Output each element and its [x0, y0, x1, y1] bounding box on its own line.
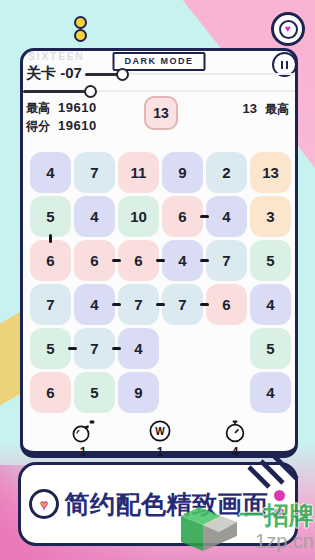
minus-link-horizontal: [200, 303, 209, 307]
background-yellow-band: [0, 311, 22, 411]
stopwatch-icon: [222, 418, 248, 444]
number-tile[interactable]: 6: [206, 284, 247, 325]
number-tile[interactable]: 3: [250, 196, 291, 237]
banner-heart-badge: ♥: [29, 489, 59, 519]
number-tile[interactable]: 10: [118, 196, 159, 237]
score-progress-knob: [84, 85, 97, 98]
bomb-count: 1: [80, 445, 87, 459]
number-tile[interactable]: 5: [74, 372, 115, 413]
minus-link-horizontal: [112, 347, 121, 351]
minus-link-horizontal: [200, 259, 209, 263]
number-tile[interactable]: 7: [30, 284, 71, 325]
minus-link-horizontal: [68, 347, 77, 351]
decor-dot: [74, 29, 87, 42]
game-card: SIXTEEN DARK MODE 关卡 -07 最高19610 得分19610…: [20, 48, 298, 458]
svg-text:W: W: [155, 426, 165, 437]
w-booster-count: 1: [157, 445, 164, 459]
right-best-value: 13: [243, 101, 257, 116]
minus-link-horizontal: [156, 303, 165, 307]
number-tile[interactable]: 2: [206, 152, 247, 193]
decor-dot: [74, 16, 87, 29]
powerup-w-booster[interactable]: W 1: [138, 418, 182, 459]
score-left-block: 最高19610 得分19610: [26, 99, 97, 135]
number-tile[interactable]: 6: [30, 240, 71, 281]
site-watermark-texts: 一招牌 1zp.cn: [239, 503, 314, 551]
empty-cell: [206, 372, 247, 413]
favorite-heart-button[interactable]: ♥: [271, 12, 305, 46]
score-progress-fill: [23, 90, 85, 93]
number-tile[interactable]: 6: [118, 240, 159, 281]
number-tile[interactable]: 7: [74, 152, 115, 193]
right-best-label: 最高: [265, 102, 289, 116]
number-tile[interactable]: 4: [206, 196, 247, 237]
score-right-block: 13最高: [243, 101, 289, 118]
site-brand-text: 一招牌: [239, 503, 314, 528]
empty-cell: [206, 328, 247, 369]
number-tile[interactable]: 9: [118, 372, 159, 413]
number-tile[interactable]: 7: [74, 328, 115, 369]
number-tile[interactable]: 6: [162, 196, 203, 237]
number-tile[interactable]: 5: [250, 328, 291, 369]
number-tile[interactable]: 9: [162, 152, 203, 193]
number-tile[interactable]: 4: [30, 152, 71, 193]
heart-icon: ♥: [285, 24, 291, 34]
tile-grid: 47119213541064366647574776457456594: [30, 152, 291, 413]
site-watermark: 一招牌 1zp.cn: [181, 503, 314, 559]
minus-link-horizontal: [112, 303, 121, 307]
card-watermark-text: SIXTEEN: [28, 51, 85, 62]
best-score-label: 最高: [26, 101, 50, 115]
minus-link-horizontal: [200, 215, 209, 219]
cube-logo-icon: [181, 503, 239, 559]
w-booster-icon: W: [147, 418, 173, 444]
number-tile[interactable]: 4: [118, 328, 159, 369]
level-progress-knob: [116, 68, 129, 81]
dark-mode-button[interactable]: DARK MODE: [113, 52, 206, 71]
number-tile[interactable]: 4: [250, 372, 291, 413]
empty-cell: [162, 328, 203, 369]
number-tile[interactable]: 6: [30, 372, 71, 413]
number-tile[interactable]: 4: [74, 196, 115, 237]
bomb-icon: [70, 418, 97, 444]
number-tile[interactable]: 5: [250, 240, 291, 281]
number-tile[interactable]: 4: [74, 284, 115, 325]
number-tile[interactable]: 7: [206, 240, 247, 281]
banner-heart-icon: ♥: [40, 498, 48, 511]
stopwatch-count: 4: [232, 445, 239, 459]
current-score-label: 得分: [26, 119, 50, 133]
minus-link-horizontal: [156, 259, 165, 263]
number-tile[interactable]: 7: [162, 284, 203, 325]
current-score-value: 19610: [58, 118, 97, 133]
heart-inner-ring: ♥: [279, 20, 298, 39]
max-tile-badge: 13: [144, 96, 178, 130]
number-tile[interactable]: 4: [162, 240, 203, 281]
empty-cell: [162, 372, 203, 413]
number-tile[interactable]: 4: [250, 284, 291, 325]
corner-stripes-decor: [247, 451, 303, 501]
number-tile[interactable]: 7: [118, 284, 159, 325]
number-tile[interactable]: 5: [30, 196, 71, 237]
number-tile[interactable]: 5: [30, 328, 71, 369]
minus-link-vertical: [49, 234, 53, 243]
best-score-value: 19610: [58, 100, 97, 115]
minus-link-horizontal: [112, 259, 121, 263]
level-label: 关卡 -07: [26, 64, 82, 83]
powerup-bomb[interactable]: 1: [61, 418, 105, 459]
number-tile[interactable]: 11: [118, 152, 159, 193]
number-tile[interactable]: 13: [250, 152, 291, 193]
site-domain-text: 1zp.cn: [239, 531, 314, 551]
number-tile[interactable]: 6: [74, 240, 115, 281]
